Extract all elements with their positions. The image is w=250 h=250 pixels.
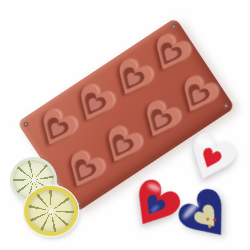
lemon-slice-soap-front [24, 186, 78, 236]
lemon-slice-center [31, 178, 36, 183]
lemon-slice-center [49, 209, 54, 214]
product-photo: ♥ ♥ ♥ ♥ ♥ ♥ ♥ ♥ ♥ [0, 0, 250, 250]
